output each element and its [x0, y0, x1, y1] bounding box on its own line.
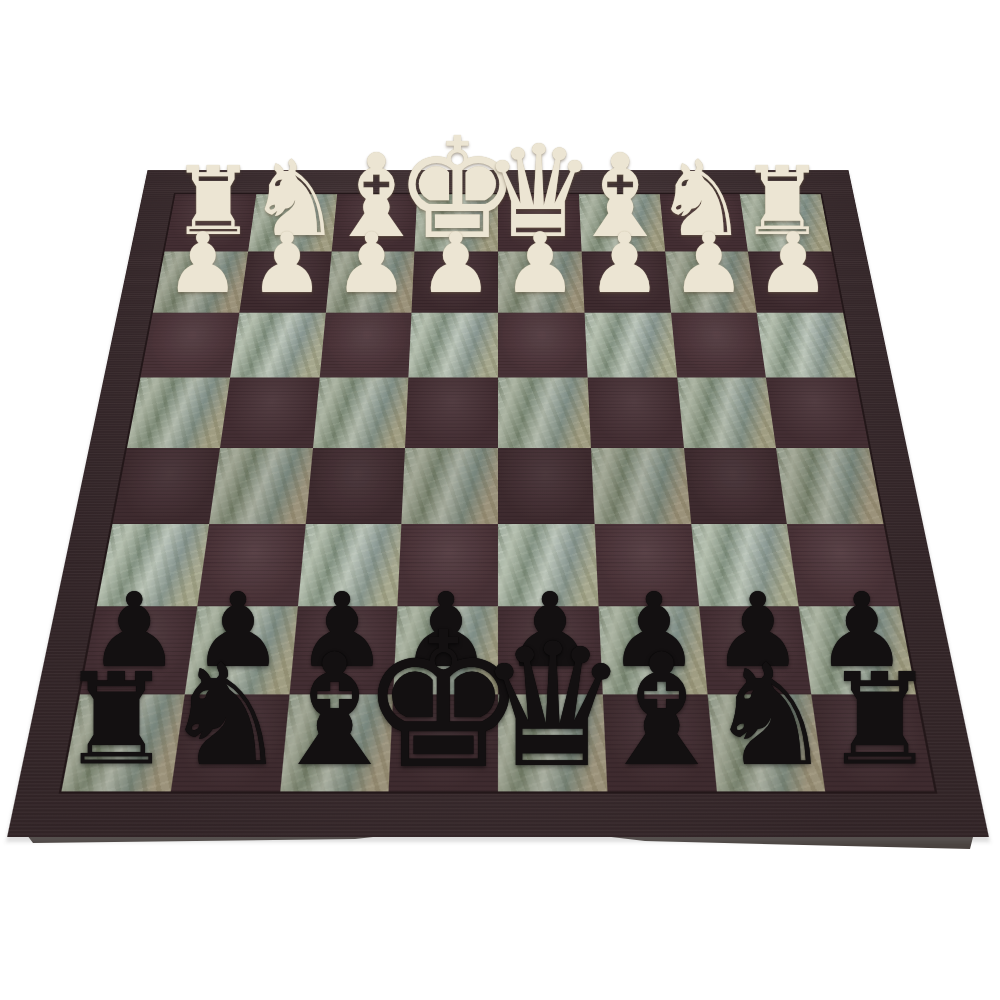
square-e3 — [409, 312, 498, 377]
square-e5 — [402, 448, 498, 524]
square-b1 — [659, 194, 748, 251]
square-a8 — [812, 695, 935, 792]
square-d6 — [498, 524, 598, 606]
square-g1 — [248, 194, 337, 251]
square-g8 — [171, 695, 289, 792]
square-c3 — [584, 312, 677, 377]
square-e4 — [405, 378, 498, 448]
square-f6 — [297, 524, 401, 606]
square-c1 — [579, 194, 665, 251]
square-h1 — [165, 194, 257, 251]
square-f3 — [319, 312, 412, 377]
square-a2 — [748, 251, 843, 312]
square-g7 — [184, 606, 297, 695]
square-d3 — [498, 312, 587, 377]
square-d1 — [498, 194, 581, 251]
square-f8 — [280, 695, 394, 792]
square-g2 — [239, 251, 331, 312]
square-e6 — [398, 524, 498, 606]
square-g4 — [220, 378, 319, 448]
square-c7 — [598, 606, 707, 695]
square-e1 — [415, 194, 498, 251]
square-c2 — [581, 251, 670, 312]
chess-board-frame — [7, 170, 989, 837]
square-e8 — [389, 695, 498, 792]
square-d8 — [498, 695, 607, 792]
square-f1 — [331, 194, 417, 251]
square-e7 — [393, 606, 498, 695]
square-g5 — [209, 448, 313, 524]
chess-board — [59, 193, 938, 794]
square-b4 — [677, 378, 776, 448]
square-h8 — [61, 695, 184, 792]
square-h5 — [113, 448, 220, 524]
square-a4 — [766, 378, 869, 448]
square-a1 — [740, 194, 832, 251]
square-a7 — [799, 606, 916, 695]
square-h7 — [80, 606, 197, 695]
square-f2 — [325, 251, 414, 312]
square-h2 — [153, 251, 248, 312]
square-h6 — [97, 524, 209, 606]
square-g3 — [230, 312, 326, 377]
square-c8 — [603, 695, 717, 792]
square-c5 — [591, 448, 691, 524]
square-f4 — [313, 378, 409, 448]
square-e2 — [412, 251, 498, 312]
square-f5 — [305, 448, 405, 524]
square-h3 — [140, 312, 239, 377]
square-a5 — [776, 448, 883, 524]
square-b6 — [691, 524, 799, 606]
square-b2 — [665, 251, 757, 312]
square-c6 — [594, 524, 698, 606]
product-photo-scene: ♜♞♝♚♛♝♞♜♟♟♟♟♟♟♟♟♟♟♟♟♟♟♟♟♜♞♝♚♛♝♞♜ — [0, 0, 1000, 1000]
square-d4 — [498, 378, 591, 448]
square-b3 — [671, 312, 767, 377]
square-c4 — [587, 378, 683, 448]
square-a6 — [787, 524, 899, 606]
square-f7 — [289, 606, 398, 695]
square-h4 — [127, 378, 230, 448]
square-d7 — [498, 606, 603, 695]
square-g6 — [197, 524, 305, 606]
square-d5 — [498, 448, 594, 524]
square-a3 — [757, 312, 856, 377]
square-b7 — [699, 606, 812, 695]
square-b8 — [707, 695, 825, 792]
square-b5 — [684, 448, 788, 524]
square-d2 — [498, 251, 584, 312]
